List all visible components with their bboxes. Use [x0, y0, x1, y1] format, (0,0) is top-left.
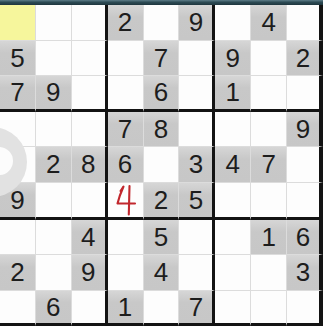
cell-r8c4[interactable] [108, 255, 144, 291]
digit: 2 [118, 9, 132, 35]
cell-r2c8[interactable] [251, 41, 287, 77]
cell-r5c2[interactable]: 2 [36, 147, 72, 183]
cell-r8c2[interactable] [36, 255, 72, 291]
digit: 2 [154, 187, 168, 213]
digit: 9 [226, 45, 240, 71]
digit: 3 [189, 151, 203, 177]
cell-r1c1[interactable] [0, 5, 36, 41]
cell-r2c6[interactable] [179, 41, 215, 77]
cell-r9c3[interactable] [72, 291, 108, 326]
cell-r2c4[interactable] [108, 41, 144, 77]
digit: 9 [81, 259, 95, 285]
digit: 4 [154, 259, 168, 285]
digit: 9 [46, 79, 60, 105]
digit: 9 [189, 9, 203, 35]
cell-r5c5[interactable] [144, 147, 180, 183]
cell-r6c4[interactable] [108, 183, 144, 220]
cell-r3c2[interactable]: 9 [36, 76, 72, 112]
digit: 1 [261, 224, 275, 250]
cell-r1c5[interactable] [144, 5, 180, 41]
cell-r4c2[interactable] [36, 112, 72, 148]
digit: 4 [226, 151, 240, 177]
cell-r5c3[interactable]: 8 [72, 147, 108, 183]
digit: 5 [154, 224, 168, 250]
cell-r2c2[interactable] [36, 41, 72, 77]
cell-r8c7[interactable] [215, 255, 251, 291]
cell-r3c1[interactable]: 7 [0, 76, 36, 112]
cell-r9c1[interactable] [0, 291, 36, 326]
cell-r1c4[interactable]: 2 [108, 5, 144, 41]
digit: 6 [118, 151, 132, 177]
digit: 2 [10, 259, 24, 285]
cell-r7c1[interactable] [0, 220, 36, 256]
cell-r7c7[interactable] [215, 220, 251, 256]
cell-r8c6[interactable] [179, 255, 215, 291]
cell-r5c7[interactable]: 4 [215, 147, 251, 183]
cell-r5c9[interactable] [287, 147, 323, 183]
cell-r9c6[interactable]: 7 [179, 291, 215, 326]
cell-r2c7[interactable]: 9 [215, 41, 251, 77]
cell-r7c8[interactable]: 1 [251, 220, 287, 256]
cell-r1c9[interactable] [287, 5, 323, 41]
cell-r2c9[interactable]: 2 [287, 41, 323, 77]
cell-r3c3[interactable] [72, 76, 108, 112]
cell-r2c3[interactable] [72, 41, 108, 77]
cell-r1c2[interactable] [36, 5, 72, 41]
digit: 7 [10, 79, 24, 105]
cell-r9c5[interactable] [144, 291, 180, 326]
cell-r4c6[interactable] [179, 112, 215, 148]
digit: 3 [296, 259, 310, 285]
cell-r1c8[interactable]: 4 [251, 5, 287, 41]
floating-widget-inner-circle [0, 147, 13, 175]
cell-r6c2[interactable] [36, 183, 72, 220]
cell-r1c3[interactable] [72, 5, 108, 41]
cell-r5c6[interactable]: 3 [179, 147, 215, 183]
digit: 6 [46, 294, 60, 320]
cell-r4c4[interactable]: 7 [108, 112, 144, 148]
cell-r4c3[interactable] [72, 112, 108, 148]
cell-r8c3[interactable]: 9 [72, 255, 108, 291]
cell-r4c5[interactable]: 8 [144, 112, 180, 148]
sudoku-board: 2945792796178928634792545162943617 [0, 5, 323, 326]
cell-r3c7[interactable]: 1 [215, 76, 251, 112]
cell-r3c5[interactable]: 6 [144, 76, 180, 112]
cell-r6c3[interactable] [72, 183, 108, 220]
cell-r3c8[interactable] [251, 76, 287, 112]
digit: 9 [296, 116, 310, 142]
cell-r9c9[interactable] [287, 291, 323, 326]
user-digit-4 [110, 183, 140, 217]
cell-r9c2[interactable]: 6 [36, 291, 72, 326]
cell-r7c6[interactable] [179, 220, 215, 256]
cell-r3c6[interactable] [179, 76, 215, 112]
cell-r5c8[interactable]: 7 [251, 147, 287, 183]
cell-r6c5[interactable]: 2 [144, 183, 180, 220]
digit: 7 [118, 116, 132, 142]
cell-r1c7[interactable] [215, 5, 251, 41]
cell-r6c9[interactable] [287, 183, 323, 220]
cell-r7c5[interactable]: 5 [144, 220, 180, 256]
cell-r7c3[interactable]: 4 [72, 220, 108, 256]
cell-r7c2[interactable] [36, 220, 72, 256]
cell-r3c4[interactable] [108, 76, 144, 112]
digit: 4 [81, 224, 95, 250]
cell-r3c9[interactable] [287, 76, 323, 112]
cell-r4c7[interactable] [215, 112, 251, 148]
cell-r9c7[interactable] [215, 291, 251, 326]
cell-r8c9[interactable]: 3 [287, 255, 323, 291]
cell-r7c4[interactable] [108, 220, 144, 256]
cell-r6c7[interactable] [215, 183, 251, 220]
cell-r9c8[interactable] [251, 291, 287, 326]
cell-r8c5[interactable]: 4 [144, 255, 180, 291]
digit: 2 [46, 151, 60, 177]
digit: 7 [154, 45, 168, 71]
digit: 8 [154, 116, 168, 142]
cell-r4c9[interactable]: 9 [287, 112, 323, 148]
digit: 6 [296, 224, 310, 250]
digit: 7 [261, 151, 275, 177]
cell-r6c6[interactable]: 5 [179, 183, 215, 220]
digit: 4 [261, 9, 275, 35]
cell-r8c8[interactable] [251, 255, 287, 291]
cell-r6c8[interactable] [251, 183, 287, 220]
cell-r9c4[interactable]: 1 [108, 291, 144, 326]
cell-r4c8[interactable] [251, 112, 287, 148]
digit: 5 [10, 45, 24, 71]
digit: 1 [226, 79, 240, 105]
cell-r1c6[interactable]: 9 [179, 5, 215, 41]
digit: 7 [189, 294, 203, 320]
digit: 1 [118, 294, 132, 320]
cell-r2c1[interactable]: 5 [0, 41, 36, 77]
digit: 2 [296, 45, 310, 71]
digit: 6 [154, 79, 168, 105]
cell-r8c1[interactable]: 2 [0, 255, 36, 291]
digit: 5 [189, 187, 203, 213]
digit: 8 [81, 151, 95, 177]
cell-r5c4[interactable]: 6 [108, 147, 144, 183]
cell-r7c9[interactable]: 6 [287, 220, 323, 256]
cell-r2c5[interactable]: 7 [144, 41, 180, 77]
